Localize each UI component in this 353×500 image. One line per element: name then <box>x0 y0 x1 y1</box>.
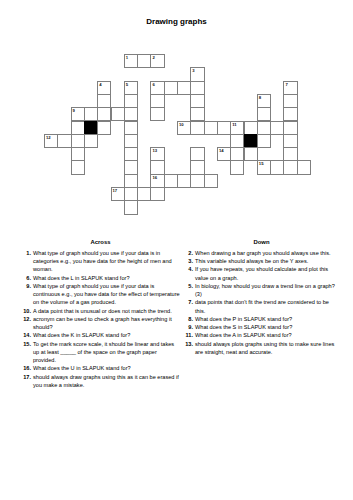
clue-item: 3.This variable should always be on the … <box>183 257 340 265</box>
clue-text: What does the P in SLAPUK stand for? <box>195 315 340 323</box>
grid-cell[interactable] <box>71 134 85 148</box>
grid-cell[interactable] <box>204 121 218 135</box>
clue-number: 1. <box>21 249 33 274</box>
grid-cell[interactable]: 10 <box>177 121 191 135</box>
grid-cell[interactable] <box>244 121 258 135</box>
clue-text: What does the L in SLAPUK stand for? <box>33 274 180 282</box>
grid-cell[interactable]: 16 <box>150 174 164 188</box>
grid-cell[interactable] <box>257 107 271 121</box>
grid-cell[interactable] <box>190 81 204 95</box>
grid-cell[interactable] <box>137 187 151 201</box>
cell-number: 3 <box>192 68 194 73</box>
blocked-cell <box>244 134 258 148</box>
clue-text: What does the A in SLAPUK stand for? <box>195 331 340 339</box>
grid-cell[interactable]: 3 <box>190 67 204 81</box>
grid-cell[interactable]: 8 <box>257 94 271 108</box>
clue-text: What does the U in SLAPUK stand for? <box>33 364 180 372</box>
cell-number: 9 <box>73 108 75 113</box>
clue-number: 5. <box>183 282 195 299</box>
cell-number: 4 <box>99 82 101 87</box>
grid-cell[interactable] <box>257 121 271 135</box>
clue-number: 11. <box>183 331 195 339</box>
grid-cell[interactable] <box>270 160 284 174</box>
grid-cell[interactable]: 12 <box>44 134 58 148</box>
grid-cell[interactable] <box>283 160 297 174</box>
grid-cell[interactable]: 17 <box>111 187 125 201</box>
clue-item: 17.should always draw graphs using this … <box>21 373 180 390</box>
clue-number: 3. <box>183 257 195 265</box>
grid-cell[interactable] <box>150 107 164 121</box>
grid-cell[interactable]: 13 <box>150 147 164 161</box>
clue-item: 12.acronym can be used to check a graph … <box>21 315 180 332</box>
cell-number: 12 <box>46 135 51 140</box>
clue-item: 7.data points that don't fit the trend a… <box>183 298 340 315</box>
clue-text: What type of graph should you use if you… <box>33 282 180 307</box>
grid-cell[interactable] <box>111 107 125 121</box>
grid-cell[interactable] <box>270 121 284 135</box>
clue-text: data points that don't fit the trend are… <box>195 298 340 315</box>
clue-number: 2. <box>183 249 195 257</box>
clue-item: 8.What does the P in SLAPUK stand for? <box>183 315 340 323</box>
clue-number: 10. <box>21 307 33 315</box>
across-header: Across <box>21 238 180 247</box>
grid-cell[interactable] <box>190 121 204 135</box>
cell-number: 5 <box>126 82 128 87</box>
clue-number: 4. <box>183 265 195 282</box>
page-title: Drawing graphs <box>0 17 353 26</box>
grid-cell[interactable] <box>204 174 218 188</box>
grid-cell[interactable]: 5 <box>124 81 138 95</box>
cell-number: 13 <box>152 148 157 153</box>
grid-cell[interactable] <box>124 107 138 121</box>
grid-cell[interactable] <box>164 81 178 95</box>
clue-number: 13. <box>183 340 195 357</box>
clue-number: 9. <box>21 282 33 307</box>
cell-number: 17 <box>113 188 118 193</box>
grid-cell[interactable] <box>124 160 138 174</box>
cell-number: 1 <box>126 55 128 60</box>
grid-cell[interactable]: 9 <box>71 107 85 121</box>
clue-item: 1.What type of graph should you use if y… <box>21 249 180 274</box>
grid-cell[interactable]: 6 <box>150 81 164 95</box>
grid-cell[interactable] <box>177 174 191 188</box>
grid-cell[interactable] <box>124 121 138 135</box>
cell-number: 16 <box>152 175 157 180</box>
clue-text: In biology, how should you draw a trend … <box>195 282 340 299</box>
grid-cell[interactable] <box>71 147 85 161</box>
grid-cell[interactable]: 11 <box>230 121 244 135</box>
grid-cell[interactable] <box>283 107 297 121</box>
grid-cell[interactable] <box>283 134 297 148</box>
clue-number: 17. <box>21 373 33 390</box>
across-clue-list: 1.What type of graph should you use if y… <box>21 249 180 390</box>
grid-cell[interactable] <box>97 107 111 121</box>
grid-cell[interactable] <box>84 134 98 148</box>
clue-text: What does the S in SLAPUK stand for? <box>195 323 340 331</box>
grid-cell[interactable] <box>97 121 111 135</box>
grid-cell[interactable] <box>230 160 244 174</box>
clue-text: When drawing a bar graph you should alwa… <box>195 249 340 257</box>
down-clue-list: 2.When drawing a bar graph you should al… <box>183 249 340 356</box>
grid-cell[interactable] <box>150 94 164 108</box>
grid-cell[interactable] <box>283 121 297 135</box>
clue-item: 16.What does the U in SLAPUK stand for? <box>21 364 180 372</box>
clue-item: 13.should always plots graphs using this… <box>183 340 340 357</box>
cell-number: 10 <box>179 122 184 127</box>
clue-number: 6. <box>21 274 33 282</box>
clue-item: 5.In biology, how should you draw a tren… <box>183 282 340 299</box>
cell-number: 6 <box>152 82 154 87</box>
grid-cell[interactable] <box>217 121 231 135</box>
clue-item: 6.What does the L in SLAPUK stand for? <box>21 274 180 282</box>
grid-cell[interactable] <box>124 94 138 108</box>
grid-cell[interactable] <box>137 54 151 68</box>
clue-item: 2.When drawing a bar graph you should al… <box>183 249 340 257</box>
clue-item: 14.What does the K in SLAPUK stand for? <box>21 331 180 339</box>
grid-cell[interactable] <box>230 134 244 148</box>
grid-cell[interactable] <box>190 147 204 161</box>
grid-cell[interactable] <box>190 107 204 121</box>
clue-item: 4.If you have repeats, you should calcul… <box>183 265 340 282</box>
grid-cell[interactable] <box>124 174 138 188</box>
clue-item: 15.To get the mark score scale, it shoul… <box>21 340 180 365</box>
clue-number: 15. <box>21 340 33 365</box>
clue-number: 8. <box>183 315 195 323</box>
clue-item: 9.What type of graph should you use if y… <box>21 282 180 307</box>
clue-text: This variable should always be on the Y … <box>195 257 340 265</box>
clue-number: 14. <box>21 331 33 339</box>
grid-cell[interactable] <box>177 81 191 95</box>
grid-cell[interactable]: 4 <box>97 81 111 95</box>
grid-cell[interactable] <box>244 147 258 161</box>
grid-cell[interactable] <box>257 134 271 148</box>
cell-number: 15 <box>259 161 264 166</box>
grid-cell[interactable]: 14 <box>217 147 231 161</box>
clue-item: 10.A data point that is unusual or does … <box>21 307 180 315</box>
clue-text: should always plots graphs using this to… <box>195 340 340 357</box>
clue-number: 7. <box>183 298 195 315</box>
grid-cell[interactable] <box>150 160 164 174</box>
grid-cell[interactable] <box>84 107 98 121</box>
clue-text: What type of graph should you use if you… <box>33 249 180 274</box>
grid-cell[interactable] <box>283 94 297 108</box>
grid-cell[interactable] <box>57 134 71 148</box>
grid-cell[interactable] <box>71 160 85 174</box>
cell-number: 14 <box>219 148 224 153</box>
clue-number: 16. <box>21 364 33 372</box>
grid-cell[interactable] <box>124 134 138 148</box>
clue-number: 9. <box>183 323 195 331</box>
grid-cell[interactable]: 15 <box>257 160 271 174</box>
clue-text: A data point that is unusual or does not… <box>33 307 180 315</box>
blocked-cell <box>84 121 98 135</box>
grid-cell[interactable] <box>71 121 85 135</box>
cell-number: 2 <box>152 55 154 60</box>
grid-cell[interactable] <box>124 200 138 214</box>
cell-number: 11 <box>232 122 236 127</box>
grid-cell[interactable] <box>164 174 178 188</box>
clue-text: What does the K in SLAPUK stand for? <box>33 331 180 339</box>
grid-cell[interactable]: 1 <box>124 54 138 68</box>
cell-number: 7 <box>285 82 287 87</box>
clue-item: 9.What does the S in SLAPUK stand for? <box>183 323 340 331</box>
grid-cell[interactable] <box>297 160 311 174</box>
clue-text: If you have repeats, you should calculat… <box>195 265 340 282</box>
clue-text: To get the mark score scale, it should b… <box>33 340 180 365</box>
clue-text: should always draw graphs using this as … <box>33 373 180 390</box>
down-clues: Down 2.When drawing a bar graph you shou… <box>183 238 340 356</box>
grid-cell[interactable] <box>150 187 164 201</box>
clue-number: 12. <box>21 315 33 332</box>
grid-cell[interactable] <box>97 94 111 108</box>
grid-cell[interactable] <box>230 147 244 161</box>
grid-cell[interactable]: 2 <box>150 54 164 68</box>
clue-text: acronym can be used to check a graph has… <box>33 315 180 332</box>
cell-number: 8 <box>259 95 261 100</box>
grid-cell[interactable] <box>124 187 138 201</box>
down-header: Down <box>183 238 340 247</box>
grid-cell[interactable] <box>124 147 138 161</box>
crossword-grid: 1234567891011121314151617 <box>44 54 312 216</box>
across-clues: Across 1.What type of graph should you u… <box>21 238 180 389</box>
grid-cell[interactable] <box>190 174 204 188</box>
grid-cell[interactable] <box>190 160 204 174</box>
grid-cell[interactable] <box>283 147 297 161</box>
grid-cell[interactable]: 7 <box>283 81 297 95</box>
grid-cell[interactable] <box>190 94 204 108</box>
clue-item: 11.What does the A in SLAPUK stand for? <box>183 331 340 339</box>
